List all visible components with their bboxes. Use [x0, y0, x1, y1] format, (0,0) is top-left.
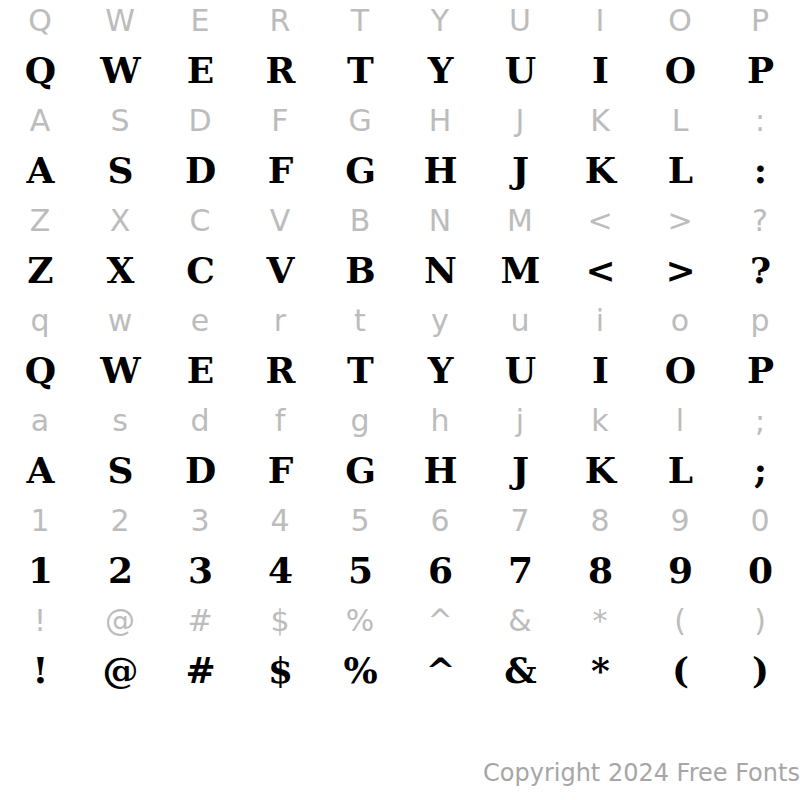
specimen-char-cell: U: [480, 340, 560, 400]
reference-char-cell: L: [640, 100, 720, 140]
specimen-char-cell: *: [560, 640, 640, 700]
reference-char-cell: $: [240, 600, 320, 640]
specimen-char-cell: E: [160, 340, 240, 400]
reference-char-cell: k: [560, 400, 640, 440]
reference-char-cell: a: [0, 400, 80, 440]
reference-char-cell: j: [480, 400, 560, 440]
specimen-row: QWERTYUIOP: [0, 40, 800, 100]
reference-char-cell: 7: [480, 500, 560, 540]
reference-row: QWERTYUIOP: [0, 0, 800, 40]
reference-char-cell: T: [320, 0, 400, 40]
specimen-char-cell: N: [400, 240, 480, 300]
reference-char-cell: Y: [400, 0, 480, 40]
specimen-char-cell: P: [720, 340, 800, 400]
reference-char-cell: ?: [720, 200, 800, 240]
reference-char-cell: X: [80, 200, 160, 240]
reference-char-cell: t: [320, 300, 400, 340]
reference-char-cell: 4: [240, 500, 320, 540]
reference-char-cell: R: [240, 0, 320, 40]
specimen-char-cell: S: [80, 140, 160, 200]
specimen-char-cell: H: [400, 140, 480, 200]
specimen-char-cell: :: [720, 140, 800, 200]
specimen-char-cell: G: [320, 140, 400, 200]
specimen-char-cell: L: [640, 140, 720, 200]
reference-char-cell: i: [560, 300, 640, 340]
specimen-char-cell: 2: [80, 540, 160, 600]
specimen-char-cell: 9: [640, 540, 720, 600]
specimen-char-cell: 4: [240, 540, 320, 600]
specimen-char-cell: U: [480, 40, 560, 100]
reference-char-cell: ): [720, 600, 800, 640]
specimen-char-cell: C: [160, 240, 240, 300]
specimen-char-cell: F: [240, 140, 320, 200]
reference-char-cell: B: [320, 200, 400, 240]
reference-char-cell: 8: [560, 500, 640, 540]
reference-row: asdfghjkl;: [0, 400, 800, 440]
reference-char-cell: %: [320, 600, 400, 640]
reference-char-cell: 1: [0, 500, 80, 540]
character-grid: QWERTYUIOPQWERTYUIOPASDFGHJKL:ASDFGHJKL:…: [0, 0, 800, 700]
specimen-char-cell: T: [320, 340, 400, 400]
reference-char-cell: Q: [0, 0, 80, 40]
reference-row: 1234567890: [0, 500, 800, 540]
specimen-char-cell: K: [560, 140, 640, 200]
specimen-char-cell: (: [640, 640, 720, 700]
specimen-char-cell: H: [400, 440, 480, 500]
reference-char-cell: A: [0, 100, 80, 140]
row-pair-1: QWERTYUIOPQWERTYUIOP: [0, 0, 800, 100]
specimen-char-cell: Z: [0, 240, 80, 300]
specimen-char-cell: #: [160, 640, 240, 700]
specimen-char-cell: ): [720, 640, 800, 700]
row-pair-5: asdfghjkl;ASDFGHJKL;: [0, 400, 800, 500]
reference-char-cell: w: [80, 300, 160, 340]
specimen-char-cell: A: [0, 440, 80, 500]
row-pair-2: ASDFGHJKL:ASDFGHJKL:: [0, 100, 800, 200]
specimen-char-cell: R: [240, 340, 320, 400]
specimen-char-cell: O: [640, 40, 720, 100]
reference-char-cell: <: [560, 200, 640, 240]
reference-char-cell: q: [0, 300, 80, 340]
reference-row: ASDFGHJKL:: [0, 100, 800, 140]
specimen-char-cell: E: [160, 40, 240, 100]
row-pair-4: qwertyuiopQWERTYUIOP: [0, 300, 800, 400]
specimen-char-cell: X: [80, 240, 160, 300]
reference-char-cell: *: [560, 600, 640, 640]
row-pair-7: !@#$%^&*()!@#$%^&*(): [0, 600, 800, 700]
reference-char-cell: E: [160, 0, 240, 40]
reference-char-cell: 2: [80, 500, 160, 540]
specimen-row: 1234567890: [0, 540, 800, 600]
specimen-row: !@#$%^&*(): [0, 640, 800, 700]
reference-char-cell: f: [240, 400, 320, 440]
reference-char-cell: :: [720, 100, 800, 140]
specimen-char-cell: <: [560, 240, 640, 300]
reference-char-cell: l: [640, 400, 720, 440]
reference-char-cell: D: [160, 100, 240, 140]
specimen-char-cell: Y: [400, 40, 480, 100]
specimen-char-cell: R: [240, 40, 320, 100]
specimen-char-cell: O: [640, 340, 720, 400]
specimen-char-cell: $: [240, 640, 320, 700]
specimen-char-cell: L: [640, 440, 720, 500]
row-pair-6: 12345678901234567890: [0, 500, 800, 600]
specimen-char-cell: %: [320, 640, 400, 700]
specimen-char-cell: 5: [320, 540, 400, 600]
specimen-char-cell: ?: [720, 240, 800, 300]
reference-char-cell: &: [480, 600, 560, 640]
reference-char-cell: J: [480, 100, 560, 140]
specimen-row: ASDFGHJKL:: [0, 140, 800, 200]
reference-char-cell: d: [160, 400, 240, 440]
specimen-char-cell: M: [480, 240, 560, 300]
reference-char-cell: r: [240, 300, 320, 340]
specimen-char-cell: !: [0, 640, 80, 700]
reference-char-cell: V: [240, 200, 320, 240]
specimen-char-cell: Y: [400, 340, 480, 400]
reference-char-cell: ^: [400, 600, 480, 640]
reference-char-cell: S: [80, 100, 160, 140]
reference-char-cell: o: [640, 300, 720, 340]
specimen-char-cell: @: [80, 640, 160, 700]
specimen-char-cell: W: [80, 340, 160, 400]
reference-char-cell: K: [560, 100, 640, 140]
specimen-char-cell: Q: [0, 40, 80, 100]
reference-char-cell: F: [240, 100, 320, 140]
reference-char-cell: 3: [160, 500, 240, 540]
specimen-char-cell: P: [720, 40, 800, 100]
specimen-row: QWERTYUIOP: [0, 340, 800, 400]
reference-char-cell: !: [0, 600, 80, 640]
reference-char-cell: W: [80, 0, 160, 40]
reference-char-cell: h: [400, 400, 480, 440]
reference-char-cell: N: [400, 200, 480, 240]
reference-char-cell: H: [400, 100, 480, 140]
specimen-char-cell: D: [160, 140, 240, 200]
specimen-char-cell: 1: [0, 540, 80, 600]
reference-char-cell: #: [160, 600, 240, 640]
reference-char-cell: ;: [720, 400, 800, 440]
specimen-char-cell: 3: [160, 540, 240, 600]
reference-char-cell: 6: [400, 500, 480, 540]
specimen-char-cell: I: [560, 340, 640, 400]
specimen-char-cell: 8: [560, 540, 640, 600]
reference-char-cell: 9: [640, 500, 720, 540]
reference-char-cell: O: [640, 0, 720, 40]
specimen-char-cell: V: [240, 240, 320, 300]
reference-char-cell: s: [80, 400, 160, 440]
specimen-char-cell: T: [320, 40, 400, 100]
reference-char-cell: y: [400, 300, 480, 340]
reference-char-cell: 0: [720, 500, 800, 540]
specimen-char-cell: I: [560, 40, 640, 100]
reference-char-cell: Z: [0, 200, 80, 240]
reference-char-cell: >: [640, 200, 720, 240]
specimen-char-cell: >: [640, 240, 720, 300]
character-map-sheet: QWERTYUIOPQWERTYUIOPASDFGHJKL:ASDFGHJKL:…: [0, 0, 800, 800]
specimen-char-cell: ^: [400, 640, 480, 700]
specimen-char-cell: G: [320, 440, 400, 500]
reference-char-cell: p: [720, 300, 800, 340]
reference-char-cell: M: [480, 200, 560, 240]
reference-row: !@#$%^&*(): [0, 600, 800, 640]
specimen-char-cell: ;: [720, 440, 800, 500]
reference-char-cell: U: [480, 0, 560, 40]
reference-char-cell: P: [720, 0, 800, 40]
specimen-char-cell: 6: [400, 540, 480, 600]
reference-char-cell: g: [320, 400, 400, 440]
reference-row: ZXCVBNM<>?: [0, 200, 800, 240]
specimen-char-cell: 0: [720, 540, 800, 600]
specimen-char-cell: F: [240, 440, 320, 500]
specimen-char-cell: J: [480, 440, 560, 500]
specimen-char-cell: A: [0, 140, 80, 200]
specimen-char-cell: Q: [0, 340, 80, 400]
reference-char-cell: C: [160, 200, 240, 240]
row-pair-3: ZXCVBNM<>?ZXCVBNM<>?: [0, 200, 800, 300]
specimen-char-cell: 7: [480, 540, 560, 600]
reference-char-cell: (: [640, 600, 720, 640]
specimen-char-cell: W: [80, 40, 160, 100]
specimen-char-cell: K: [560, 440, 640, 500]
reference-char-cell: e: [160, 300, 240, 340]
specimen-char-cell: &: [480, 640, 560, 700]
reference-char-cell: I: [560, 0, 640, 40]
reference-row: qwertyuiop: [0, 300, 800, 340]
specimen-char-cell: J: [480, 140, 560, 200]
specimen-char-cell: D: [160, 440, 240, 500]
reference-char-cell: u: [480, 300, 560, 340]
specimen-row: ASDFGHJKL;: [0, 440, 800, 500]
copyright-text: Copyright 2024 Free Fonts: [483, 759, 800, 787]
reference-char-cell: 5: [320, 500, 400, 540]
specimen-char-cell: B: [320, 240, 400, 300]
specimen-char-cell: S: [80, 440, 160, 500]
specimen-row: ZXCVBNM<>?: [0, 240, 800, 300]
reference-char-cell: G: [320, 100, 400, 140]
reference-char-cell: @: [80, 600, 160, 640]
